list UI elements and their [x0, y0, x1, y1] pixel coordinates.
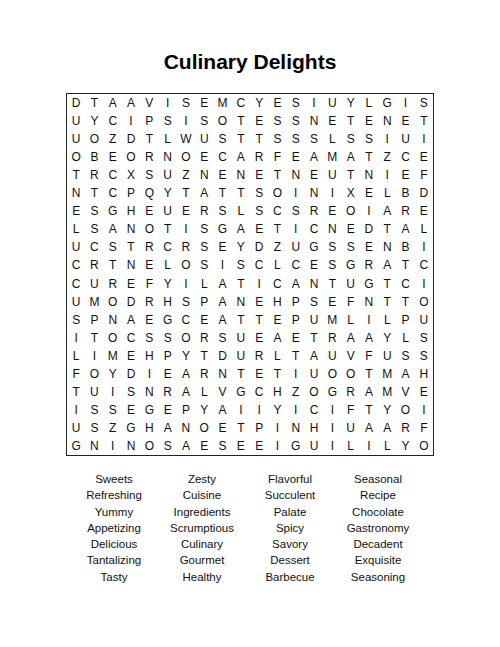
grid-cell-r10c7: O: [177, 256, 195, 274]
grid-cell-r3c11: T: [250, 130, 268, 148]
grid-cell-r3c8: U: [195, 130, 213, 148]
grid-cell-r11c12: C: [268, 274, 286, 292]
word-item: Gourmet: [158, 552, 246, 568]
grid-cell-r3c15: L: [323, 130, 341, 148]
word-list: SweetsRefreshingYummyAppetizingDelicious…: [70, 471, 422, 585]
grid-cell-r9c16: S: [341, 238, 359, 256]
grid-cell-r20c8: E: [195, 437, 213, 455]
word-item: Succulent: [246, 487, 334, 503]
grid-cell-r20c14: U: [305, 437, 323, 455]
word-item: Barbecue: [246, 569, 334, 585]
grid-cell-r10c3: T: [104, 256, 122, 274]
grid-cell-r6c16: X: [341, 184, 359, 202]
grid-cell-r11c13: A: [287, 274, 305, 292]
grid-cell-r12c11: E: [250, 293, 268, 311]
grid-cell-r6c13: I: [287, 184, 305, 202]
grid-cell-r14c6: S: [158, 329, 176, 347]
grid-cell-r5c7: Z: [177, 166, 195, 184]
grid-cell-r16c6: E: [158, 365, 176, 383]
grid-cell-r19c6: A: [158, 419, 176, 437]
grid-cell-r8c11: E: [250, 220, 268, 238]
grid-cell-r7c7: E: [177, 202, 195, 220]
word-list-column-4: SeasonalRecipeChocolateGastronomyDecaden…: [334, 471, 422, 585]
grid-cell-r8c5: O: [140, 220, 158, 238]
grid-cell-r15c14: A: [305, 347, 323, 365]
grid-cell-r11c11: I: [250, 274, 268, 292]
grid-cell-r8c10: A: [232, 220, 250, 238]
grid-cell-r15c16: V: [341, 347, 359, 365]
grid-cell-r5c13: N: [287, 166, 305, 184]
grid-cell-r15c15: U: [323, 347, 341, 365]
grid-cell-r6c17: E: [360, 184, 378, 202]
grid-cell-r14c18: Y: [378, 329, 396, 347]
grid-cell-r2c1: U: [67, 112, 85, 130]
grid-cell-r20c3: I: [104, 437, 122, 455]
grid-cell-r20c5: O: [140, 437, 158, 455]
grid-cell-r10c15: S: [323, 256, 341, 274]
grid-cell-r2c13: S: [287, 112, 305, 130]
grid-cell-r14c15: R: [323, 329, 341, 347]
grid-cell-r18c2: S: [85, 401, 103, 419]
grid-cell-r13c7: C: [177, 311, 195, 329]
grid-cell-r10c14: E: [305, 256, 323, 274]
grid-cell-r1c10: C: [232, 94, 250, 112]
grid-cell-r19c7: N: [177, 419, 195, 437]
grid-cell-r12c14: S: [305, 293, 323, 311]
grid-cell-r13c8: E: [195, 311, 213, 329]
grid-cell-r17c12: H: [268, 383, 286, 401]
grid-cell-r19c12: I: [268, 419, 286, 437]
grid-cell-r9c6: C: [158, 238, 176, 256]
grid-cell-r12c17: N: [360, 293, 378, 311]
grid-cell-r5c1: T: [67, 166, 85, 184]
grid-cell-r19c16: U: [341, 419, 359, 437]
grid-cell-r8c15: N: [323, 220, 341, 238]
grid-cell-r8c9: G: [213, 220, 231, 238]
grid-cell-r4c12: F: [268, 148, 286, 166]
grid-cell-r14c20: S: [415, 329, 433, 347]
grid-cell-r2c10: T: [232, 112, 250, 130]
grid-cell-r14c16: A: [341, 329, 359, 347]
grid-cell-r17c16: R: [341, 383, 359, 401]
grid-cell-r18c13: I: [287, 401, 305, 419]
grid-cell-r5c16: T: [341, 166, 359, 184]
grid-cell-r8c4: N: [122, 220, 140, 238]
grid-cell-r12c6: H: [158, 293, 176, 311]
grid-cell-r14c7: O: [177, 329, 195, 347]
grid-cell-r11c5: F: [140, 274, 158, 292]
grid-cell-r6c19: B: [396, 184, 414, 202]
grid-cell-r14c14: T: [305, 329, 323, 347]
grid-cell-r20c13: G: [287, 437, 305, 455]
word-item: Seasoning: [334, 569, 422, 585]
grid-cell-r20c20: O: [415, 437, 433, 455]
grid-cell-r11c2: U: [85, 274, 103, 292]
grid-cell-r3c5: T: [140, 130, 158, 148]
grid-cell-r8c8: S: [195, 220, 213, 238]
grid-cell-r6c10: T: [232, 184, 250, 202]
grid-cell-r4c4: O: [122, 148, 140, 166]
grid-cell-r20c2: N: [85, 437, 103, 455]
grid-cell-r12c18: T: [378, 293, 396, 311]
grid-cell-r2c7: I: [177, 112, 195, 130]
grid-cell-r13c11: T: [250, 311, 268, 329]
grid-cell-r5c10: N: [232, 166, 250, 184]
word-item: Ingredients: [158, 504, 246, 520]
grid-cell-r3c4: D: [122, 130, 140, 148]
grid-cell-r7c5: E: [140, 202, 158, 220]
grid-cell-r5c15: U: [323, 166, 341, 184]
grid-cell-r1c11: Y: [250, 94, 268, 112]
grid-cell-r2c18: N: [378, 112, 396, 130]
grid-cell-r1c19: I: [396, 94, 414, 112]
grid-cell-r10c5: E: [140, 256, 158, 274]
grid-cell-r16c20: H: [415, 365, 433, 383]
grid-cell-r14c3: O: [104, 329, 122, 347]
grid-cell-r19c4: G: [122, 419, 140, 437]
grid-cell-r9c1: U: [67, 238, 85, 256]
grid-cell-r15c20: S: [415, 347, 433, 365]
grid-cell-r15c3: M: [104, 347, 122, 365]
grid-cell-r15c9: D: [213, 347, 231, 365]
grid-cell-r14c19: L: [396, 329, 414, 347]
grid-cell-r2c3: C: [104, 112, 122, 130]
grid-cell-r2c12: S: [268, 112, 286, 130]
grid-cell-r20c19: Y: [396, 437, 414, 455]
grid-cell-r16c8: R: [195, 365, 213, 383]
grid-cell-r20c12: I: [268, 437, 286, 455]
grid-cell-r9c17: E: [360, 238, 378, 256]
grid-cell-r8c12: T: [268, 220, 286, 238]
grid-cell-r3c1: U: [67, 130, 85, 148]
grid-cell-r16c7: A: [177, 365, 195, 383]
grid-cell-r13c20: U: [415, 311, 433, 329]
grid-cell-r4c19: C: [396, 148, 414, 166]
grid-cell-r3c12: S: [268, 130, 286, 148]
grid-cell-r7c2: S: [85, 202, 103, 220]
grid-cell-r17c5: N: [140, 383, 158, 401]
grid-cell-r1c17: L: [360, 94, 378, 112]
grid-cell-r3c17: S: [360, 130, 378, 148]
word-item: Sweets: [70, 471, 158, 487]
grid-cell-r16c18: M: [378, 365, 396, 383]
grid-cell-r18c15: I: [323, 401, 341, 419]
grid-cell-r18c11: I: [250, 401, 268, 419]
grid-cell-r10c6: L: [158, 256, 176, 274]
grid-cell-r16c11: E: [250, 365, 268, 383]
grid-cell-r8c6: T: [158, 220, 176, 238]
grid-cell-r15c6: P: [158, 347, 176, 365]
grid-cell-r9c20: I: [415, 238, 433, 256]
grid-cell-r13c18: L: [378, 311, 396, 329]
grid-cell-r4c15: M: [323, 148, 341, 166]
grid-cell-r12c15: E: [323, 293, 341, 311]
grid-cell-r18c16: F: [341, 401, 359, 419]
grid-cell-r6c11: S: [250, 184, 268, 202]
grid-cell-r2c15: E: [323, 112, 341, 130]
grid-cell-r20c9: S: [213, 437, 231, 455]
grid-cell-r8c13: I: [287, 220, 305, 238]
grid-cell-r10c13: C: [287, 256, 305, 274]
word-list-column-1: SweetsRefreshingYummyAppetizingDelicious…: [70, 471, 158, 585]
word-item: Appetizing: [70, 520, 158, 536]
grid-cell-r4c14: A: [305, 148, 323, 166]
grid-cell-r5c12: T: [268, 166, 286, 184]
grid-cell-r18c3: S: [104, 401, 122, 419]
grid-cell-r10c20: C: [415, 256, 433, 274]
grid-cell-r9c12: Z: [268, 238, 286, 256]
grid-cell-r19c14: H: [305, 419, 323, 437]
word-item: Zesty: [158, 471, 246, 487]
grid-cell-r15c18: U: [378, 347, 396, 365]
grid-cell-r19c10: T: [232, 419, 250, 437]
grid-cell-r2c17: E: [360, 112, 378, 130]
grid-cell-r9c8: S: [195, 238, 213, 256]
grid-cell-r5c5: S: [140, 166, 158, 184]
grid-cell-r12c5: R: [140, 293, 158, 311]
grid-cell-r18c5: G: [140, 401, 158, 419]
grid-cell-r5c3: C: [104, 166, 122, 184]
grid-cell-r17c8: L: [195, 383, 213, 401]
grid-cell-r10c2: R: [85, 256, 103, 274]
grid-cell-r15c17: F: [360, 347, 378, 365]
grid-cell-r15c13: T: [287, 347, 305, 365]
grid-cell-r20c15: I: [323, 437, 341, 455]
grid-cell-r17c19: V: [396, 383, 414, 401]
grid-cell-r1c7: S: [177, 94, 195, 112]
grid-cell-r2c4: I: [122, 112, 140, 130]
grid-cell-r9c19: B: [396, 238, 414, 256]
grid-cell-r12c13: P: [287, 293, 305, 311]
grid-cell-r1c18: G: [378, 94, 396, 112]
grid-cell-r4c7: O: [177, 148, 195, 166]
grid-cell-r9c11: D: [250, 238, 268, 256]
grid-cell-r9c4: T: [122, 238, 140, 256]
word-item: Cuisine: [158, 487, 246, 503]
grid-cell-r15c4: E: [122, 347, 140, 365]
grid-cell-r11c20: I: [415, 274, 433, 292]
grid-cell-r19c9: E: [213, 419, 231, 437]
grid-cell-r12c4: D: [122, 293, 140, 311]
grid-cell-r8c20: L: [415, 220, 433, 238]
grid-cell-r18c7: P: [177, 401, 195, 419]
grid-cell-r16c16: O: [341, 365, 359, 383]
grid-cell-r2c20: T: [415, 112, 433, 130]
grid-cell-r5c9: E: [213, 166, 231, 184]
grid-cell-r14c4: C: [122, 329, 140, 347]
grid-cell-r17c9: V: [213, 383, 231, 401]
grid-cell-r14c8: R: [195, 329, 213, 347]
grid-cell-r19c8: O: [195, 419, 213, 437]
word-item: Tantalizing: [70, 552, 158, 568]
grid-cell-r6c20: D: [415, 184, 433, 202]
grid-cell-r3c7: W: [177, 130, 195, 148]
grid-cell-r13c15: M: [323, 311, 341, 329]
word-item: Healthy: [158, 569, 246, 585]
grid-cell-r10c17: R: [360, 256, 378, 274]
grid-cell-r7c8: R: [195, 202, 213, 220]
grid-cell-r1c2: T: [85, 94, 103, 112]
grid-cell-r11c15: T: [323, 274, 341, 292]
grid-cell-r19c19: R: [396, 419, 414, 437]
grid-cell-r19c18: A: [378, 419, 396, 437]
grid-cell-r3c19: U: [396, 130, 414, 148]
word-item: Recipe: [334, 487, 422, 503]
grid-cell-r17c7: A: [177, 383, 195, 401]
grid-cell-r17c20: E: [415, 383, 433, 401]
grid-cell-r19c1: U: [67, 419, 85, 437]
grid-cell-r7c6: U: [158, 202, 176, 220]
grid-cell-r1c8: E: [195, 94, 213, 112]
grid-cell-r20c6: S: [158, 437, 176, 455]
grid-cell-r9c3: S: [104, 238, 122, 256]
grid-cell-r3c10: T: [232, 130, 250, 148]
grid-cell-r2c8: S: [195, 112, 213, 130]
grid-cell-r7c20: E: [415, 202, 433, 220]
grid-cell-r18c14: C: [305, 401, 323, 419]
grid-cell-r10c4: N: [122, 256, 140, 274]
grid-cell-r13c13: P: [287, 311, 305, 329]
grid-cell-r11c14: N: [305, 274, 323, 292]
grid-cell-r16c9: N: [213, 365, 231, 383]
grid-cell-r7c10: L: [232, 202, 250, 220]
grid-cell-r1c14: I: [305, 94, 323, 112]
grid-cell-r9c2: C: [85, 238, 103, 256]
grid-cell-r9c15: S: [323, 238, 341, 256]
grid-cell-r16c17: T: [360, 365, 378, 383]
grid-cell-r13c19: P: [396, 311, 414, 329]
grid-cell-r19c15: I: [323, 419, 341, 437]
grid-cell-r11c16: U: [341, 274, 359, 292]
grid-cell-r17c4: S: [122, 383, 140, 401]
grid-cell-r11c8: L: [195, 274, 213, 292]
grid-cell-r6c14: N: [305, 184, 323, 202]
grid-cell-r6c18: L: [378, 184, 396, 202]
grid-cell-r6c9: T: [213, 184, 231, 202]
word-item: Spicy: [246, 520, 334, 536]
grid-cell-r11c6: Y: [158, 274, 176, 292]
grid-cell-r14c11: E: [250, 329, 268, 347]
worksheet-page: Culinary Delights DTAAVISEMCYESIUYLGISUY…: [0, 0, 500, 647]
grid-cell-r7c15: E: [323, 202, 341, 220]
grid-cell-r12c3: O: [104, 293, 122, 311]
grid-cell-r4c9: C: [213, 148, 231, 166]
grid-cell-r19c2: S: [85, 419, 103, 437]
grid-cell-r4c20: E: [415, 148, 433, 166]
grid-cell-r12c7: S: [177, 293, 195, 311]
grid-cell-r4c17: T: [360, 148, 378, 166]
grid-cell-r5c8: N: [195, 166, 213, 184]
grid-cell-r17c3: I: [104, 383, 122, 401]
grid-cell-r4c3: E: [104, 148, 122, 166]
grid-cell-r4c11: R: [250, 148, 268, 166]
grid-cell-r18c9: A: [213, 401, 231, 419]
grid-cell-r2c16: T: [341, 112, 359, 130]
grid-cell-r9c9: E: [213, 238, 231, 256]
grid-cell-r2c2: Y: [85, 112, 103, 130]
grid-cell-r2c9: O: [213, 112, 231, 130]
grid-cell-r8c1: L: [67, 220, 85, 238]
grid-cell-r7c16: O: [341, 202, 359, 220]
grid-cell-r12c9: A: [213, 293, 231, 311]
grid-cell-r18c12: Y: [268, 401, 286, 419]
grid-cell-r3c14: S: [305, 130, 323, 148]
grid-cell-r14c2: T: [85, 329, 103, 347]
grid-cell-r15c12: L: [268, 347, 286, 365]
grid-cell-r5c6: U: [158, 166, 176, 184]
grid-cell-r7c13: S: [287, 202, 305, 220]
grid-cell-r6c6: Y: [158, 184, 176, 202]
grid-cell-r18c20: I: [415, 401, 433, 419]
grid-cell-r18c8: Y: [195, 401, 213, 419]
grid-cell-r16c3: Y: [104, 365, 122, 383]
grid-cell-r5c14: E: [305, 166, 323, 184]
grid-cell-r6c2: T: [85, 184, 103, 202]
word-item: Gastronomy: [334, 520, 422, 536]
grid-cell-r15c1: L: [67, 347, 85, 365]
grid-cell-r9c13: U: [287, 238, 305, 256]
grid-cell-r16c4: D: [122, 365, 140, 383]
grid-cell-r5c11: E: [250, 166, 268, 184]
grid-cell-r10c1: C: [67, 256, 85, 274]
grid-cell-r15c2: I: [85, 347, 103, 365]
grid-cell-r14c17: A: [360, 329, 378, 347]
grid-cell-r7c12: C: [268, 202, 286, 220]
grid-cell-r13c6: G: [158, 311, 176, 329]
grid-cell-r17c15: G: [323, 383, 341, 401]
grid-cell-r6c5: Q: [140, 184, 158, 202]
word-item: Decadent: [334, 536, 422, 552]
grid-cell-r8c7: I: [177, 220, 195, 238]
grid-cell-r3c3: Z: [104, 130, 122, 148]
grid-cell-r16c5: I: [140, 365, 158, 383]
grid-cell-r17c11: C: [250, 383, 268, 401]
grid-cell-r6c12: O: [268, 184, 286, 202]
grid-cell-r17c10: G: [232, 383, 250, 401]
grid-cell-r9c14: G: [305, 238, 323, 256]
grid-cell-r16c15: O: [323, 365, 341, 383]
grid-cell-r6c1: N: [67, 184, 85, 202]
grid-cell-r2c11: E: [250, 112, 268, 130]
grid-cell-r6c8: A: [195, 184, 213, 202]
grid-cell-r14c12: A: [268, 329, 286, 347]
grid-cell-r12c20: O: [415, 293, 433, 311]
grid-cell-r5c17: N: [360, 166, 378, 184]
grid-cell-r19c5: H: [140, 419, 158, 437]
grid-cell-r10c12: L: [268, 256, 286, 274]
grid-cell-r5c18: I: [378, 166, 396, 184]
grid-cell-r3c20: I: [415, 130, 433, 148]
grid-cell-r9c7: R: [177, 238, 195, 256]
grid-cell-r9c18: N: [378, 238, 396, 256]
grid-cell-r19c13: N: [287, 419, 305, 437]
word-list-column-2: ZestyCuisineIngredientsScrumptiousCulina…: [158, 471, 246, 585]
word-item: Dessert: [246, 552, 334, 568]
grid-cell-r20c4: N: [122, 437, 140, 455]
word-item: Yummy: [70, 504, 158, 520]
grid-cell-r19c11: P: [250, 419, 268, 437]
grid-cell-r11c7: I: [177, 274, 195, 292]
grid-cell-r8c3: A: [104, 220, 122, 238]
grid-cell-r13c3: N: [104, 311, 122, 329]
grid-cell-r7c18: A: [378, 202, 396, 220]
word-item: Savory: [246, 536, 334, 552]
grid-cell-r13c10: T: [232, 311, 250, 329]
grid-cell-r16c12: T: [268, 365, 286, 383]
grid-cell-r17c2: U: [85, 383, 103, 401]
grid-cell-r5c20: F: [415, 166, 433, 184]
grid-cell-r19c3: Z: [104, 419, 122, 437]
